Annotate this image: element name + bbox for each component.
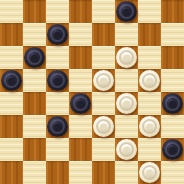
white-man[interactable]: ●: [93, 116, 114, 137]
square-r6c4[interactable]: [92, 138, 115, 161]
square-r4c3[interactable]: ●: [69, 92, 92, 115]
square-r7c3[interactable]: [69, 161, 92, 184]
square-r0c5[interactable]: ●: [115, 0, 138, 23]
square-r2c0[interactable]: [0, 46, 23, 69]
square-r2c6[interactable]: [138, 46, 161, 69]
square-r0c0[interactable]: [0, 0, 23, 23]
square-r6c2[interactable]: [46, 138, 69, 161]
square-r2c1[interactable]: ●: [23, 46, 46, 69]
black-man[interactable]: ●: [162, 139, 183, 160]
square-r6c5[interactable]: ●: [115, 138, 138, 161]
square-r1c0[interactable]: [0, 23, 23, 46]
square-r3c0[interactable]: ●: [0, 69, 23, 92]
square-r5c2[interactable]: ●: [46, 115, 69, 138]
square-r0c2[interactable]: [46, 0, 69, 23]
square-r6c3[interactable]: [69, 138, 92, 161]
square-r5c7[interactable]: [161, 115, 184, 138]
square-r5c5[interactable]: [115, 115, 138, 138]
square-r1c7[interactable]: [161, 23, 184, 46]
square-r7c4[interactable]: [92, 161, 115, 184]
square-r4c7[interactable]: ●: [161, 92, 184, 115]
square-r6c6[interactable]: [138, 138, 161, 161]
checkers-board: ●●●●●●●●●●●●●●●●●: [0, 0, 184, 184]
black-man[interactable]: ●: [47, 24, 68, 45]
square-r2c2[interactable]: [46, 46, 69, 69]
square-r3c6[interactable]: ●: [138, 69, 161, 92]
square-r4c1[interactable]: [23, 92, 46, 115]
square-r5c0[interactable]: [0, 115, 23, 138]
square-r6c1[interactable]: [23, 138, 46, 161]
square-r4c6[interactable]: [138, 92, 161, 115]
square-r0c3[interactable]: [69, 0, 92, 23]
square-r2c7[interactable]: [161, 46, 184, 69]
white-man[interactable]: ●: [116, 47, 137, 68]
black-man[interactable]: ●: [47, 116, 68, 137]
square-r7c2[interactable]: [46, 161, 69, 184]
square-r0c1[interactable]: [23, 0, 46, 23]
square-r7c1[interactable]: [23, 161, 46, 184]
square-r2c5[interactable]: ●: [115, 46, 138, 69]
white-man[interactable]: ●: [116, 93, 137, 114]
square-r3c1[interactable]: [23, 69, 46, 92]
square-r2c3[interactable]: [69, 46, 92, 69]
square-r3c7[interactable]: [161, 69, 184, 92]
square-r1c6[interactable]: [138, 23, 161, 46]
square-r1c5[interactable]: [115, 23, 138, 46]
square-r5c3[interactable]: [69, 115, 92, 138]
square-r7c6[interactable]: ●: [138, 161, 161, 184]
black-man[interactable]: ●: [1, 70, 22, 91]
white-man[interactable]: ●: [116, 139, 137, 160]
square-r7c7[interactable]: [161, 161, 184, 184]
white-man[interactable]: ●: [93, 70, 114, 91]
square-r1c4[interactable]: [92, 23, 115, 46]
square-r0c6[interactable]: [138, 0, 161, 23]
square-r4c2[interactable]: [46, 92, 69, 115]
black-man[interactable]: ●: [116, 1, 137, 22]
square-r4c0[interactable]: [0, 92, 23, 115]
square-r1c3[interactable]: [69, 23, 92, 46]
square-r3c2[interactable]: ●: [46, 69, 69, 92]
white-man[interactable]: ●: [139, 162, 160, 183]
square-r6c0[interactable]: [0, 138, 23, 161]
black-man[interactable]: ●: [24, 47, 45, 68]
square-r0c4[interactable]: [92, 0, 115, 23]
square-r6c7[interactable]: ●: [161, 138, 184, 161]
black-man[interactable]: ●: [47, 70, 68, 91]
square-r2c4[interactable]: [92, 46, 115, 69]
black-man[interactable]: ●: [162, 93, 183, 114]
square-r5c4[interactable]: ●: [92, 115, 115, 138]
square-r7c5[interactable]: [115, 161, 138, 184]
square-r3c3[interactable]: [69, 69, 92, 92]
white-man[interactable]: ●: [139, 116, 160, 137]
square-r1c2[interactable]: ●: [46, 23, 69, 46]
square-r3c5[interactable]: [115, 69, 138, 92]
square-r4c4[interactable]: [92, 92, 115, 115]
square-r5c6[interactable]: ●: [138, 115, 161, 138]
black-man[interactable]: ●: [70, 93, 91, 114]
square-r0c7[interactable]: [161, 0, 184, 23]
square-r4c5[interactable]: ●: [115, 92, 138, 115]
square-r3c4[interactable]: ●: [92, 69, 115, 92]
white-man[interactable]: ●: [139, 70, 160, 91]
square-r7c0[interactable]: [0, 161, 23, 184]
square-r1c1[interactable]: [23, 23, 46, 46]
square-r5c1[interactable]: [23, 115, 46, 138]
